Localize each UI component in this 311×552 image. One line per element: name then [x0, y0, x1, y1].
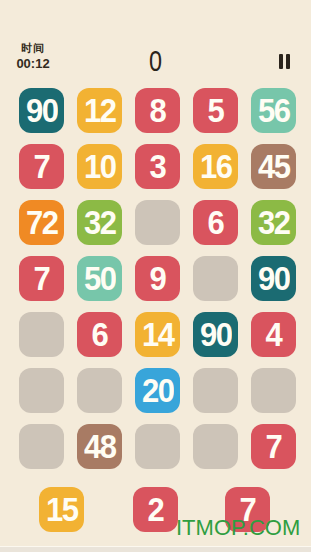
tile-value: 15	[46, 493, 78, 526]
tile-7[interactable]: 7	[251, 424, 296, 469]
tile-value: 3	[150, 150, 166, 183]
tile-value: 6	[208, 206, 224, 239]
pause-bars-icon	[286, 54, 290, 69]
tile-45[interactable]: 45	[251, 144, 296, 189]
tile-14[interactable]: 14	[135, 312, 180, 357]
watermark-text: ITMOP.COM	[176, 515, 300, 541]
pause-button[interactable]	[270, 48, 298, 74]
tile-value: 32	[84, 206, 116, 239]
empty-cell	[251, 368, 296, 413]
tile-6[interactable]: 6	[193, 200, 238, 245]
tile-value: 90	[26, 94, 58, 127]
tile-16[interactable]: 16	[193, 144, 238, 189]
tile-value: 7	[34, 150, 50, 183]
tile-value: 4	[266, 318, 282, 351]
tile-12[interactable]: 12	[77, 88, 122, 133]
tile-value: 56	[258, 94, 290, 127]
empty-cell	[135, 424, 180, 469]
tile-32[interactable]: 32	[251, 200, 296, 245]
empty-cell	[19, 424, 64, 469]
tile-6[interactable]: 6	[77, 312, 122, 357]
tile-48[interactable]: 48	[77, 424, 122, 469]
tile-32[interactable]: 32	[77, 200, 122, 245]
tile-8[interactable]: 8	[135, 88, 180, 133]
tile-90[interactable]: 90	[251, 256, 296, 301]
tile-value: 32	[258, 206, 290, 239]
tile-value: 10	[84, 150, 116, 183]
queue-tile-15[interactable]: 15	[39, 487, 84, 532]
footer-strip	[0, 546, 311, 552]
tile-value: 2	[148, 493, 164, 526]
tile-value: 9	[150, 262, 166, 295]
tile-4[interactable]: 4	[251, 312, 296, 357]
tile-7[interactable]: 7	[19, 256, 64, 301]
empty-cell	[193, 424, 238, 469]
tile-72[interactable]: 72	[19, 200, 64, 245]
tile-value: 6	[92, 318, 108, 351]
tile-90[interactable]: 90	[193, 312, 238, 357]
tile-9[interactable]: 9	[135, 256, 180, 301]
tile-value: 45	[258, 150, 290, 183]
tile-5[interactable]: 5	[193, 88, 238, 133]
tile-value: 8	[150, 94, 166, 127]
queue-tile-2[interactable]: 2	[133, 487, 178, 532]
tile-7[interactable]: 7	[19, 144, 64, 189]
tile-value: 20	[142, 374, 174, 407]
tile-value: 14	[142, 318, 174, 351]
tile-value: 5	[208, 94, 224, 127]
tile-value: 72	[26, 206, 58, 239]
tile-value: 90	[258, 262, 290, 295]
tile-value: 12	[84, 94, 116, 127]
tile-value: 90	[200, 318, 232, 351]
empty-cell	[77, 368, 122, 413]
tile-50[interactable]: 50	[77, 256, 122, 301]
tile-value: 50	[84, 262, 116, 295]
empty-cell	[193, 256, 238, 301]
empty-cell	[19, 368, 64, 413]
tile-20[interactable]: 20	[135, 368, 180, 413]
game-screen: 时间 00:12 0 90128556710316457232632750990…	[0, 0, 311, 552]
empty-cell	[193, 368, 238, 413]
tile-value: 7	[266, 430, 282, 463]
board-grid: 9012855671031645723263275099061490420487	[19, 88, 296, 469]
tile-90[interactable]: 90	[19, 88, 64, 133]
score-display: 0	[34, 44, 277, 78]
tile-3[interactable]: 3	[135, 144, 180, 189]
empty-cell	[19, 312, 64, 357]
pause-bars-icon	[279, 54, 283, 69]
tile-value: 7	[34, 262, 50, 295]
tile-value: 48	[84, 430, 116, 463]
tile-10[interactable]: 10	[77, 144, 122, 189]
tile-56[interactable]: 56	[251, 88, 296, 133]
empty-cell	[135, 200, 180, 245]
tile-value: 16	[200, 150, 232, 183]
